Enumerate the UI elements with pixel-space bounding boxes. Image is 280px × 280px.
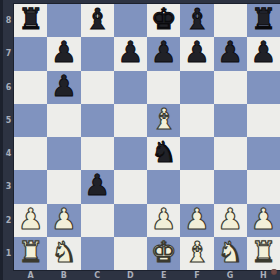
file-label-b: B bbox=[47, 270, 80, 280]
rank-labels: 87654321 bbox=[3, 4, 14, 270]
square-f6[interactable] bbox=[180, 71, 213, 104]
piece-black-bishop[interactable]: ♝ bbox=[184, 4, 210, 36]
piece-black-king[interactable]: ♚ bbox=[151, 4, 177, 36]
square-b3[interactable] bbox=[47, 170, 80, 203]
piece-black-pawn[interactable]: ♟ bbox=[217, 37, 243, 69]
square-f5[interactable] bbox=[180, 104, 213, 137]
piece-black-pawn[interactable]: ♟ bbox=[117, 37, 143, 69]
file-label-c: C bbox=[81, 270, 114, 280]
rank-label-7: 7 bbox=[3, 37, 14, 70]
square-h5[interactable] bbox=[247, 104, 280, 137]
piece-white-bishop[interactable]: ♝ bbox=[184, 237, 210, 269]
square-d5[interactable] bbox=[114, 104, 147, 137]
square-h7[interactable]: ♟ bbox=[247, 37, 280, 70]
piece-white-pawn[interactable]: ♟ bbox=[217, 204, 243, 236]
square-f2[interactable]: ♟ bbox=[180, 204, 213, 237]
square-f4[interactable] bbox=[180, 137, 213, 170]
square-b8[interactable] bbox=[47, 4, 80, 37]
piece-black-rook[interactable]: ♜ bbox=[18, 4, 44, 36]
square-d4[interactable] bbox=[114, 137, 147, 170]
square-c5[interactable] bbox=[81, 104, 114, 137]
file-label-d: D bbox=[114, 270, 147, 280]
square-g7[interactable]: ♟ bbox=[214, 37, 247, 70]
square-c3[interactable]: ♟ bbox=[81, 170, 114, 203]
chess-app-window: 87654321 ♜♝♚♝♜♟♟♟♟♟♟♟♝♞♟♟♟♟♟♟♟♜♞♚♝♞♜ ABC… bbox=[0, 0, 280, 280]
piece-black-pawn[interactable]: ♟ bbox=[51, 71, 77, 103]
piece-black-pawn[interactable]: ♟ bbox=[250, 37, 276, 69]
square-d6[interactable] bbox=[114, 71, 147, 104]
file-label-f: F bbox=[180, 270, 213, 280]
square-a7[interactable] bbox=[14, 37, 47, 70]
square-c2[interactable] bbox=[81, 204, 114, 237]
piece-white-pawn[interactable]: ♟ bbox=[51, 204, 77, 236]
piece-black-pawn[interactable]: ♟ bbox=[51, 37, 77, 69]
square-a8[interactable]: ♜ bbox=[14, 4, 47, 37]
square-g8[interactable] bbox=[214, 4, 247, 37]
piece-black-knight[interactable]: ♞ bbox=[151, 137, 177, 169]
piece-white-pawn[interactable]: ♟ bbox=[18, 204, 44, 236]
square-a2[interactable]: ♟ bbox=[14, 204, 47, 237]
rank-label-2: 2 bbox=[3, 204, 14, 237]
square-f8[interactable]: ♝ bbox=[180, 4, 213, 37]
square-a4[interactable] bbox=[14, 137, 47, 170]
square-b6[interactable]: ♟ bbox=[47, 71, 80, 104]
square-e3[interactable] bbox=[147, 170, 180, 203]
square-g3[interactable] bbox=[214, 170, 247, 203]
piece-black-pawn[interactable]: ♟ bbox=[151, 37, 177, 69]
piece-white-pawn[interactable]: ♟ bbox=[151, 204, 177, 236]
piece-white-rook[interactable]: ♜ bbox=[18, 237, 44, 269]
rank-label-3: 3 bbox=[3, 170, 14, 203]
square-c4[interactable] bbox=[81, 137, 114, 170]
rank-label-1: 1 bbox=[3, 237, 14, 270]
square-h8[interactable]: ♜ bbox=[247, 4, 280, 37]
piece-white-bishop[interactable]: ♝ bbox=[151, 104, 177, 136]
square-c1[interactable] bbox=[81, 237, 114, 270]
square-b1[interactable]: ♞ bbox=[47, 237, 80, 270]
square-g1[interactable]: ♞ bbox=[214, 237, 247, 270]
rank-label-8: 8 bbox=[3, 4, 14, 37]
square-b4[interactable] bbox=[47, 137, 80, 170]
rank-label-6: 6 bbox=[3, 71, 14, 104]
piece-black-pawn[interactable]: ♟ bbox=[84, 170, 110, 202]
square-a3[interactable] bbox=[14, 170, 47, 203]
square-h4[interactable] bbox=[247, 137, 280, 170]
square-a6[interactable] bbox=[14, 71, 47, 104]
square-h3[interactable] bbox=[247, 170, 280, 203]
square-e4[interactable]: ♞ bbox=[147, 137, 180, 170]
piece-black-pawn[interactable]: ♟ bbox=[184, 37, 210, 69]
square-g4[interactable] bbox=[214, 137, 247, 170]
file-label-a: A bbox=[14, 270, 47, 280]
square-g6[interactable] bbox=[214, 71, 247, 104]
square-e5[interactable]: ♝ bbox=[147, 104, 180, 137]
chess-board: ♜♝♚♝♜♟♟♟♟♟♟♟♝♞♟♟♟♟♟♟♟♜♞♚♝♞♜ bbox=[14, 4, 280, 270]
square-c6[interactable] bbox=[81, 71, 114, 104]
square-e8[interactable]: ♚ bbox=[147, 4, 180, 37]
square-b5[interactable] bbox=[47, 104, 80, 137]
status-dot bbox=[271, 269, 277, 275]
square-b7[interactable]: ♟ bbox=[47, 37, 80, 70]
square-h2[interactable]: ♟ bbox=[247, 204, 280, 237]
square-d8[interactable] bbox=[114, 4, 147, 37]
square-f3[interactable] bbox=[180, 170, 213, 203]
piece-white-rook[interactable]: ♜ bbox=[250, 237, 276, 269]
square-f7[interactable]: ♟ bbox=[180, 37, 213, 70]
piece-white-pawn[interactable]: ♟ bbox=[250, 204, 276, 236]
square-f1[interactable]: ♝ bbox=[180, 237, 213, 270]
piece-white-pawn[interactable]: ♟ bbox=[184, 204, 210, 236]
file-label-g: G bbox=[214, 270, 247, 280]
square-d7[interactable]: ♟ bbox=[114, 37, 147, 70]
square-a5[interactable] bbox=[14, 104, 47, 137]
square-h6[interactable] bbox=[247, 71, 280, 104]
square-g5[interactable] bbox=[214, 104, 247, 137]
square-h1[interactable]: ♜ bbox=[247, 237, 280, 270]
rank-label-5: 5 bbox=[3, 104, 14, 137]
file-label-e: E bbox=[147, 270, 180, 280]
square-d1[interactable] bbox=[114, 237, 147, 270]
square-e7[interactable]: ♟ bbox=[147, 37, 180, 70]
piece-white-knight[interactable]: ♞ bbox=[51, 237, 77, 269]
square-c7[interactable] bbox=[81, 37, 114, 70]
square-b2[interactable]: ♟ bbox=[47, 204, 80, 237]
piece-white-king[interactable]: ♚ bbox=[151, 237, 177, 269]
square-d3[interactable] bbox=[114, 170, 147, 203]
piece-black-bishop[interactable]: ♝ bbox=[84, 4, 110, 36]
piece-white-knight[interactable]: ♞ bbox=[217, 237, 243, 269]
square-g2[interactable]: ♟ bbox=[214, 204, 247, 237]
square-a1[interactable]: ♜ bbox=[14, 237, 47, 270]
square-e6[interactable] bbox=[147, 71, 180, 104]
square-e2[interactable]: ♟ bbox=[147, 204, 180, 237]
square-d2[interactable] bbox=[114, 204, 147, 237]
square-e1[interactable]: ♚ bbox=[147, 237, 180, 270]
piece-black-rook[interactable]: ♜ bbox=[250, 4, 276, 36]
rank-label-4: 4 bbox=[3, 137, 14, 170]
square-c8[interactable]: ♝ bbox=[81, 4, 114, 37]
file-labels: ABCDEFGH bbox=[14, 270, 280, 280]
